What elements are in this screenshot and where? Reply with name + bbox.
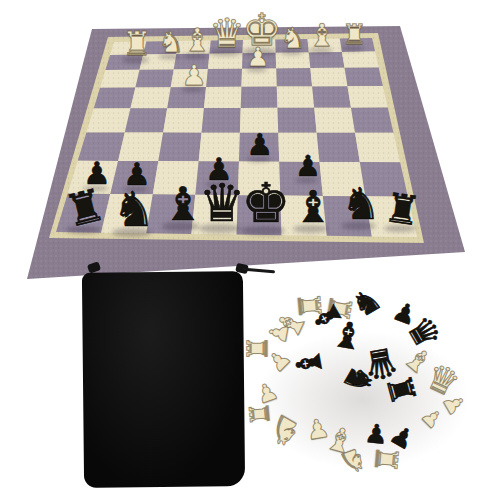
piece-e8-black-king[interactable]: ♚ <box>241 176 290 231</box>
piece-f1-white-knight[interactable]: ♞ <box>280 24 306 53</box>
pile-piece-white-rook[interactable]: ♜ <box>370 445 402 474</box>
product-photo-stage: ♜♝♚♛♞♝♞♜♟♟♟♟♟♟♟♞♝♝♛♜♜♚♞ ♞♜♜♝♟♝♟♛♝♜♛♟♝♝♞♛… <box>0 0 500 500</box>
piece-d8-black-queen[interactable]: ♛ <box>199 177 246 229</box>
piece-b8-black-knight[interactable]: ♞ <box>112 185 155 233</box>
piece-f7-black-pawn[interactable]: ♟ <box>295 152 321 181</box>
piece-c1-white-bishop[interactable]: ♝ <box>183 24 212 56</box>
piece-b1-white-knight[interactable]: ♞ <box>158 28 184 57</box>
piece-e6-black-pawn[interactable]: ♟ <box>247 130 274 160</box>
piece-c3-white-pawn[interactable]: ♟ <box>181 62 206 90</box>
piece-f8-black-bishop[interactable]: ♝ <box>293 185 332 229</box>
piece-e2-white-pawn[interactable]: ♟ <box>246 44 269 70</box>
storage-bag <box>82 271 245 488</box>
piece-h1-white-rook[interactable]: ♜ <box>341 21 366 49</box>
piece-g1-white-bishop[interactable]: ♝ <box>308 20 336 51</box>
pile-piece-black-bishop[interactable]: ♝ <box>289 345 328 381</box>
piece-c8-black-bishop[interactable]: ♝ <box>162 181 203 227</box>
piece-a1-white-rook[interactable]: ♜ <box>122 27 152 60</box>
piece-d1-white-queen[interactable]: ♛ <box>209 13 245 53</box>
piece-h8-black-rook[interactable]: ♜ <box>382 187 423 232</box>
piece-g8-black-knight[interactable]: ♞ <box>341 182 380 226</box>
